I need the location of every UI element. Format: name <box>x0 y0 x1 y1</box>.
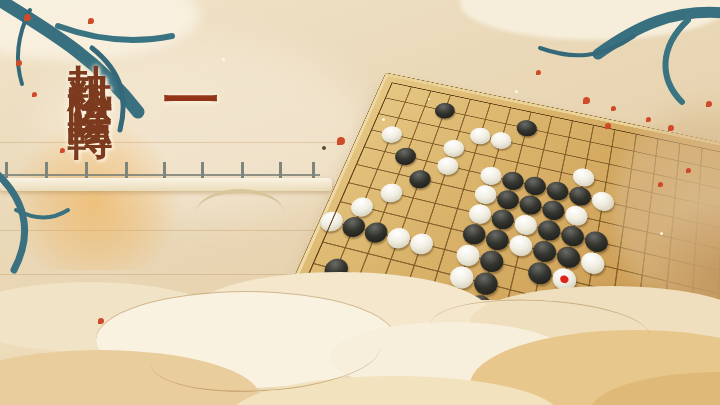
black-stone <box>495 188 521 211</box>
red-dot-marker <box>560 275 570 285</box>
black-stone <box>526 260 554 287</box>
poster-stage: 一子定江山 執棋陰陽轉 <box>0 0 720 405</box>
black-stone <box>339 215 368 239</box>
black-stone <box>583 229 609 254</box>
white-stone <box>564 204 589 228</box>
black-stone <box>362 220 391 245</box>
branch-left-icon <box>0 158 90 278</box>
black-stone <box>515 118 539 138</box>
sparkle <box>382 118 385 121</box>
black-stone <box>489 207 516 231</box>
branch-top-right-icon <box>482 0 720 115</box>
blossom <box>32 92 37 97</box>
white-stone <box>467 202 494 226</box>
blossom <box>88 18 94 24</box>
blossom <box>686 168 691 173</box>
black-stone <box>500 170 525 192</box>
black-stone <box>531 239 558 265</box>
black-stone <box>518 193 544 216</box>
main-title: 一子定江山 <box>152 70 229 105</box>
sparkle <box>428 98 430 100</box>
sub-title: 執棋陰陽轉 <box>60 28 120 93</box>
white-stone <box>468 126 493 146</box>
white-stone <box>579 250 605 276</box>
blossom <box>60 148 65 153</box>
black-stone <box>407 168 434 190</box>
white-stone <box>435 155 461 177</box>
white-stone <box>472 183 498 206</box>
blossom <box>583 97 590 104</box>
black-stone <box>484 227 511 252</box>
white-stone <box>407 231 435 256</box>
black-stone <box>545 180 570 203</box>
speck <box>322 146 326 150</box>
white-stone <box>348 195 376 219</box>
sparkle <box>660 232 663 235</box>
blossom <box>536 70 541 75</box>
sparkle <box>515 90 518 93</box>
bridge-post <box>201 162 204 178</box>
white-stone <box>512 213 538 237</box>
black-stone <box>392 146 418 167</box>
white-stone <box>489 130 513 150</box>
black-stone <box>460 222 487 247</box>
black-stone <box>478 248 506 274</box>
white-stone <box>384 226 413 251</box>
bridge-arch <box>196 189 284 213</box>
bridge-post <box>279 162 282 178</box>
blossom <box>337 137 345 145</box>
black-stone <box>522 175 547 197</box>
blossom <box>658 182 663 187</box>
blossom <box>98 318 104 324</box>
sparkle <box>222 58 225 61</box>
blossom <box>706 101 712 107</box>
black-stone <box>536 218 562 243</box>
black-stone <box>568 185 593 208</box>
blossom <box>646 117 651 122</box>
black-stone <box>555 244 582 270</box>
blossom <box>605 123 611 129</box>
black-stone <box>559 224 585 249</box>
bridge-post <box>312 162 315 178</box>
white-stone <box>478 165 504 187</box>
white-stone <box>441 138 466 159</box>
white-stone <box>454 243 482 269</box>
blossom <box>16 60 22 66</box>
blossom <box>611 106 616 111</box>
black-stone <box>540 199 566 223</box>
white-stone <box>571 166 595 188</box>
white-stone <box>379 125 405 145</box>
white-stone <box>378 182 405 205</box>
blossom <box>668 125 674 131</box>
white-stone <box>507 233 534 258</box>
black-stone <box>433 101 457 120</box>
bridge-post <box>163 162 166 178</box>
bridge-post <box>241 162 244 178</box>
bridge-post <box>125 162 128 178</box>
black-stone <box>471 270 500 297</box>
blossom <box>24 14 31 21</box>
